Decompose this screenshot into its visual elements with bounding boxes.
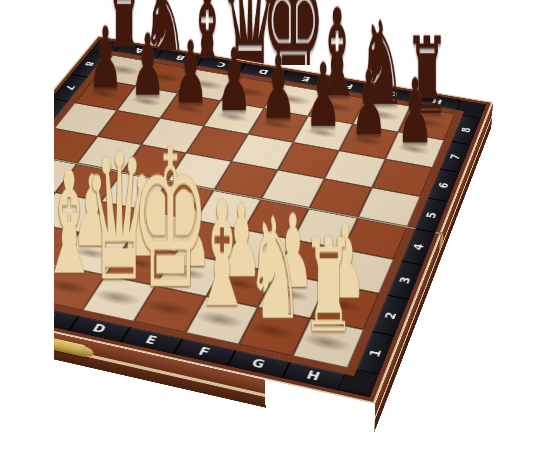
white-bishop-glyph: ♝ (192, 182, 251, 328)
black-pawn-glyph: ♟ (173, 30, 208, 116)
black-pawn-glyph: ♟ (130, 23, 165, 108)
white-rook-glyph: ♜ (302, 222, 354, 351)
background-crop-mask (0, 0, 54, 450)
white-knight-glyph: ♞ (246, 199, 303, 340)
clasp-hook (80, 346, 94, 358)
black-pawn-glyph: ♟ (305, 52, 341, 140)
scene: AABBCCDDEEFFGGHH8877665544332211 ♜♞♝♛♚♝♞… (0, 0, 550, 450)
black-pawn-glyph: ♟ (397, 67, 433, 156)
black-pawn-glyph: ♟ (351, 59, 387, 148)
black-pawn-glyph: ♟ (261, 44, 297, 131)
chess-board: AABBCCDDEEFFGGHH8877665544332211 ♜♞♝♛♚♝♞… (0, 35, 493, 404)
chess-set-photo: AABBCCDDEEFFGGHH8877665544332211 ♜♞♝♛♚♝♞… (0, 0, 550, 450)
black-pawn-glyph: ♟ (216, 37, 251, 124)
